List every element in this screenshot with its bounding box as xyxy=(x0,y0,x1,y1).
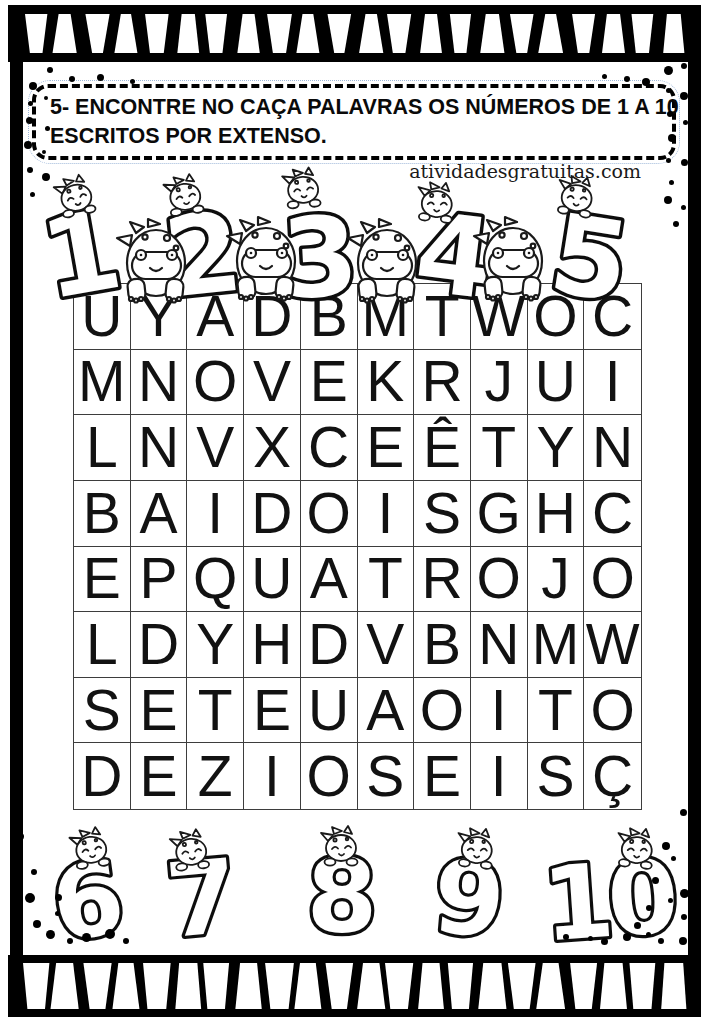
decorative-border-top xyxy=(8,5,701,62)
ink-dot xyxy=(105,929,115,939)
grid-cell[interactable]: D xyxy=(301,612,358,678)
ink-dot xyxy=(652,877,659,884)
baby-dino-icon xyxy=(52,173,96,219)
grid-cell[interactable]: I xyxy=(187,481,244,547)
ink-dot xyxy=(47,67,53,73)
ink-dot xyxy=(681,63,687,69)
grid-cell[interactable]: J xyxy=(471,350,528,416)
instructions-box: 5- ENCONTRE NO CAÇA PALAVRAS OS NÚMEROS … xyxy=(32,84,676,160)
grid-cell[interactable]: M xyxy=(358,284,415,350)
bubble-number-8: 8 xyxy=(307,837,378,956)
grid-cell[interactable]: Y xyxy=(187,612,244,678)
grid-cell[interactable]: S xyxy=(528,743,585,809)
grid-cell[interactable]: O xyxy=(584,678,641,744)
ink-dot xyxy=(28,101,33,106)
grid-cell[interactable]: N xyxy=(584,415,641,481)
ink-dot xyxy=(69,76,75,82)
border-slat xyxy=(143,963,171,1009)
ink-dot xyxy=(679,937,687,945)
decorative-border-left xyxy=(10,58,23,959)
grid-cell[interactable]: G xyxy=(471,481,528,547)
ink-dot xyxy=(24,141,32,149)
ink-dot xyxy=(666,88,671,93)
grid-cell[interactable]: I xyxy=(471,678,528,744)
grid-cell[interactable]: D xyxy=(244,284,301,350)
grid-cell[interactable]: T xyxy=(358,547,415,613)
baby-dino-icon xyxy=(321,826,358,866)
border-slat xyxy=(175,963,201,1009)
ink-dot xyxy=(17,833,24,840)
grid-cell[interactable]: I xyxy=(584,350,641,416)
ink-dot xyxy=(27,167,33,173)
ink-dot xyxy=(642,78,650,86)
ink-dot xyxy=(130,79,135,84)
ink-dot xyxy=(624,76,630,82)
grid-cell[interactable]: C xyxy=(584,481,641,547)
grid-cell[interactable]: B xyxy=(414,612,471,678)
ink-dot xyxy=(668,898,673,903)
decorative-border-right xyxy=(688,58,701,959)
border-slat xyxy=(418,963,444,1009)
grid-cell[interactable]: H xyxy=(244,612,301,678)
baby-dino-icon xyxy=(455,826,495,869)
bubble-number-9: 9 xyxy=(429,836,510,961)
worksheet-page: 5- ENCONTRE NO CAÇA PALAVRAS OS NÚMEROS … xyxy=(0,0,709,1024)
ink-dot xyxy=(671,856,676,861)
grid-cell[interactable]: R xyxy=(414,547,471,613)
grid-cell[interactable]: B xyxy=(74,481,131,547)
grid-cell[interactable]: O xyxy=(301,743,358,809)
grid-cell[interactable]: U xyxy=(528,350,585,416)
instructions-line-1: 5- ENCONTRE NO CAÇA PALAVRAS OS NÚMEROS … xyxy=(50,93,658,122)
grid-cell[interactable]: N xyxy=(131,350,188,416)
grid-cell[interactable]: Y xyxy=(528,415,585,481)
ink-dot xyxy=(46,930,55,939)
decorative-border-bottom xyxy=(8,955,701,1017)
ink-dot xyxy=(680,809,687,816)
bubble-number-6: 6 xyxy=(45,837,132,965)
grid-cell[interactable]: E xyxy=(74,547,131,613)
ink-dot xyxy=(681,205,686,210)
grid-cell[interactable]: B xyxy=(301,284,358,350)
grid-cell[interactable]: E xyxy=(131,743,188,809)
ink-dot xyxy=(33,920,41,928)
grid-cell[interactable]: Y xyxy=(131,284,188,350)
grid-cell[interactable]: O xyxy=(414,678,471,744)
grid-cell[interactable]: C xyxy=(584,284,641,350)
grid-cell[interactable]: Ç xyxy=(584,743,641,809)
border-slat xyxy=(203,963,229,1009)
grid-cell[interactable]: L xyxy=(74,612,131,678)
grid-cell[interactable]: I xyxy=(244,743,301,809)
ink-dot xyxy=(683,120,688,125)
baby-dino-icon xyxy=(68,826,110,870)
ink-dot xyxy=(634,922,641,929)
ink-dot xyxy=(668,134,676,142)
grid-cell[interactable]: I xyxy=(471,743,528,809)
baby-dino-icon xyxy=(162,173,204,217)
ink-dot xyxy=(31,869,37,875)
grid-cell[interactable]: V xyxy=(244,350,301,416)
grid-cell[interactable]: T xyxy=(414,284,471,350)
grid-cell[interactable]: O xyxy=(528,284,585,350)
grid-cell[interactable]: E xyxy=(131,678,188,744)
grid-cell[interactable]: A xyxy=(358,678,415,744)
grid-cell[interactable]: U xyxy=(244,547,301,613)
grid-cell[interactable]: E xyxy=(301,350,358,416)
grid-cell[interactable]: O xyxy=(301,481,358,547)
bubble-number-10: 10 xyxy=(539,837,679,965)
grid-cell[interactable]: W xyxy=(471,284,528,350)
ink-dot xyxy=(25,893,35,903)
grid-cell[interactable]: E xyxy=(414,743,471,809)
grid-cell[interactable]: W xyxy=(584,612,641,678)
border-slat xyxy=(600,963,627,1009)
grid-cell[interactable]: O xyxy=(471,547,528,613)
grid-cell[interactable]: D xyxy=(244,481,301,547)
grid-cell[interactable]: R xyxy=(414,350,471,416)
ink-dot xyxy=(680,889,689,898)
ink-dot xyxy=(123,938,129,944)
ink-dot xyxy=(681,914,687,920)
grid-cell[interactable]: T xyxy=(471,415,528,481)
ink-dot xyxy=(44,96,48,100)
grid-cell[interactable]: S xyxy=(358,743,415,809)
grid-cell[interactable]: X xyxy=(244,415,301,481)
ink-dot xyxy=(55,911,60,916)
grid-cell[interactable]: D xyxy=(74,743,131,809)
ink-dot xyxy=(673,221,679,227)
grid-cell[interactable]: Q xyxy=(187,547,244,613)
ink-dot xyxy=(646,932,651,937)
grid-cell[interactable]: N xyxy=(471,612,528,678)
border-slat xyxy=(663,14,684,53)
grid-cell[interactable]: A xyxy=(131,481,188,547)
grid-cell[interactable]: A xyxy=(187,284,244,350)
baby-dino-icon xyxy=(615,826,655,869)
grid-cell[interactable]: Z xyxy=(187,743,244,809)
ink-dot xyxy=(97,74,104,81)
ink-dot xyxy=(664,66,673,75)
ink-dot xyxy=(45,126,50,131)
grid-cell[interactable]: N xyxy=(131,415,188,481)
grid-cell[interactable]: M xyxy=(528,612,585,678)
ink-dot xyxy=(664,196,672,204)
grid-cell[interactable]: P xyxy=(131,547,188,613)
ink-dot xyxy=(669,180,674,185)
grid-cell[interactable]: U xyxy=(74,284,131,350)
grid-cell[interactable]: S xyxy=(74,678,131,744)
ink-dot xyxy=(658,938,664,944)
ink-dot xyxy=(55,894,62,901)
ink-dot xyxy=(16,917,23,924)
ink-dot xyxy=(14,937,20,943)
grid-cell[interactable]: E xyxy=(358,415,415,481)
grid-cell[interactable]: U xyxy=(301,678,358,744)
ink-dot xyxy=(67,938,73,944)
ink-dot xyxy=(13,882,21,890)
ink-dot xyxy=(602,74,607,79)
grid-cell[interactable]: T xyxy=(528,678,585,744)
grid-cell[interactable]: A xyxy=(301,547,358,613)
baby-dino-icon xyxy=(415,180,455,223)
ink-dot xyxy=(82,933,91,942)
grid-cell[interactable]: M xyxy=(74,350,131,416)
watermark-text: atividadesgratuitas.com xyxy=(409,160,641,182)
instructions-line-2: ESCRITOS POR EXTENSO. xyxy=(50,122,658,151)
ink-dot xyxy=(646,905,652,911)
ink-dot xyxy=(680,92,688,100)
grid-cell[interactable]: L xyxy=(74,415,131,481)
grid-cell[interactable]: O xyxy=(187,350,244,416)
ink-dot xyxy=(30,192,35,197)
grid-cell[interactable]: O xyxy=(584,547,641,613)
grid-cell[interactable]: V xyxy=(358,612,415,678)
ink-dot xyxy=(588,936,593,941)
ink-dot xyxy=(42,173,50,181)
grid-cell[interactable]: S xyxy=(414,481,471,547)
ink-dot xyxy=(666,158,671,163)
ink-dot xyxy=(662,842,670,850)
ink-dot xyxy=(601,938,608,945)
grid-cell[interactable]: D xyxy=(131,612,188,678)
baby-dino-icon xyxy=(169,828,209,871)
grid-cell[interactable]: J xyxy=(528,547,585,613)
border-slat xyxy=(661,963,686,1009)
grid-cell[interactable]: V xyxy=(187,415,244,481)
ink-dot xyxy=(29,82,37,90)
ink-dot xyxy=(563,934,569,940)
ink-dot xyxy=(623,933,631,941)
border-slat xyxy=(629,963,655,1009)
grid-cell[interactable]: C xyxy=(301,415,358,481)
grid-cell[interactable]: H xyxy=(528,481,585,547)
baby-dino-icon xyxy=(282,167,321,209)
ink-dot xyxy=(14,854,23,863)
grid-cell[interactable]: Ê xyxy=(414,415,471,481)
grid-cell[interactable]: E xyxy=(244,678,301,744)
grid-cell[interactable]: I xyxy=(358,481,415,547)
ink-dot xyxy=(667,111,673,117)
ink-dot xyxy=(26,117,33,124)
bubble-number-7: 7 xyxy=(161,836,242,961)
ink-dot xyxy=(42,150,46,154)
word-search-grid: UYADBMTWOCMNOVEKRJUILNVXCEÊTYNBAIDOISGHC… xyxy=(73,283,642,810)
ink-dot xyxy=(681,159,688,166)
grid-cell[interactable]: K xyxy=(358,350,415,416)
border-slat xyxy=(23,963,49,1009)
border-slat xyxy=(448,963,473,1009)
grid-cell[interactable]: T xyxy=(187,678,244,744)
